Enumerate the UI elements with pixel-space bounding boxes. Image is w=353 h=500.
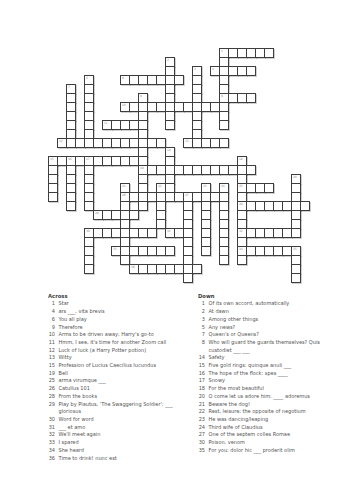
grid-cell[interactable] (129, 210, 139, 220)
clue-number: 1 (198, 300, 205, 308)
clue-number: 28 (48, 392, 55, 400)
clue-text: Luck of luck (a Harry Potter potion) (59, 346, 183, 354)
clue-number: 27 (198, 431, 205, 439)
clue-number: 2 (198, 307, 205, 315)
clue-text: Bell (59, 369, 183, 377)
cell-number: 24 (221, 184, 224, 187)
clue-number: 21 (198, 400, 205, 408)
clue: 7Queen's or Queens? (198, 331, 337, 339)
clue: 28From the books (48, 392, 182, 400)
cell-number: 1 (221, 49, 223, 52)
cell-number: 26 (122, 193, 125, 196)
cell-number: 5 (86, 76, 88, 79)
clue: 10Arms to be driven away; Harry's go-to (48, 331, 182, 339)
clue-text: Catullus 101 (59, 384, 183, 392)
clue-text: Among other things (209, 315, 338, 323)
clue-text: Play by Plautus, 'The Swaggering Soldier… (59, 400, 183, 415)
clue-text: Who will guard the guards themselves? Qu… (209, 338, 338, 353)
cell-number: 23 (203, 184, 206, 187)
grid-cell[interactable] (165, 246, 175, 256)
clue-number: 18 (198, 384, 205, 392)
down-column: Down 1Of its own accord, automatically2A… (198, 292, 337, 454)
clue-text: Third wife of Claudius (209, 423, 338, 431)
clue: 19Bell (48, 369, 182, 377)
grid-cell[interactable] (66, 201, 76, 211)
cell-number: 31 (167, 229, 170, 232)
clue: 32We'll meet again (48, 431, 182, 439)
down-clue-list: 1Of its own accord, automatically2At daw… (198, 300, 337, 454)
grid-cell[interactable] (165, 120, 175, 130)
grid-cell[interactable] (291, 273, 301, 283)
grid-cell[interactable] (237, 255, 247, 265)
clue-number: 17 (198, 377, 205, 385)
clue: 22Rest, leisure; the opposite of negotiu… (198, 408, 337, 416)
cell-number: 2 (167, 58, 169, 61)
clue-text: At dawn (209, 307, 338, 315)
clue-text: Word for word (59, 415, 183, 423)
clue-number: 36 (48, 454, 55, 462)
clue-number: 22 (198, 408, 205, 416)
cell-number: 14 (167, 148, 170, 151)
clue-number: 13 (48, 354, 55, 362)
clue: 1Star (48, 300, 182, 308)
crossword-grid: 1234567891011121314151617181920212223242… (48, 48, 310, 283)
clue-number: 14 (198, 354, 205, 362)
clue: 29Play by Plautus, 'The Swaggering Soldi… (48, 400, 182, 415)
cell-number: 27 (185, 193, 188, 196)
clue-text: Of its own accord, automatically (209, 300, 338, 308)
across-header: Across (48, 292, 182, 300)
clue-text: ___ et amo (59, 423, 183, 431)
clue: 5Any news? (198, 323, 337, 331)
clue-text: We'll meet again (59, 431, 183, 439)
grid-cell[interactable] (246, 93, 256, 103)
clue-number: 11 (48, 338, 55, 346)
grid-cell[interactable] (300, 201, 310, 211)
cell-number: 16 (68, 157, 71, 160)
clue-number: 7 (198, 331, 205, 339)
grid-cell[interactable] (219, 120, 229, 130)
clue-number: 3 (198, 315, 205, 323)
clue: 35For you: dolor hic ___ proderit olim (198, 446, 337, 454)
cell-number: 28 (239, 202, 242, 205)
cell-number: 29 (95, 211, 98, 214)
cell-number: 12 (59, 139, 62, 142)
cell-number: 32 (239, 229, 242, 232)
cell-number: 3 (194, 67, 196, 70)
clue-text: Beware the dog! (209, 400, 338, 408)
cell-number: 22 (158, 184, 161, 187)
clue: 8Who will guard the guards themselves? Q… (198, 338, 337, 353)
clue: 1Of its own accord, automatically (198, 300, 337, 308)
clue-text: I spared (59, 438, 183, 446)
grid-cell[interactable] (84, 264, 94, 274)
clue-text: For you: dolor hic ___ proderit olim (209, 446, 338, 454)
cell-number: 21 (122, 184, 125, 187)
clue: 11Hmm, I see, it's time for another Zoom… (48, 338, 182, 346)
clue-text: One of the septem colles Romae (209, 431, 338, 439)
clue: 6You all play (48, 315, 182, 323)
clue-number: 6 (48, 315, 55, 323)
clue-number: 8 (198, 338, 205, 346)
cell-number: 33 (113, 247, 116, 250)
clue-number: 4 (48, 307, 55, 315)
clue-text: Star (59, 300, 183, 308)
clue-text: Queen's or Queens? (209, 331, 338, 339)
grid-cell[interactable] (174, 75, 184, 85)
grid-cell[interactable] (183, 273, 193, 283)
cell-number: 20 (293, 175, 296, 178)
clue-text: Any news? (209, 323, 338, 331)
clue-text: He was dancing/leaping (209, 415, 338, 423)
across-column: Across 1Star4ars ___, vita brevis6You al… (48, 292, 182, 461)
clue-number: 33 (48, 438, 55, 446)
cell-number: 25 (239, 184, 242, 187)
grid-cell[interactable] (48, 192, 58, 202)
cell-number: 34 (239, 247, 242, 250)
clue: 13Witty (48, 354, 182, 362)
clue-text: Safety (209, 354, 338, 362)
clue-number: 32 (48, 431, 55, 439)
cell-number: 9 (221, 94, 223, 97)
cell-number: 4 (212, 67, 214, 70)
clue: 20O come let us adore him: ____ adoremus (198, 392, 337, 400)
clue: 15Profession of Lucius Caecilius Iucundu… (48, 361, 182, 369)
clue: 14Safety (198, 354, 337, 362)
cell-number: 18 (239, 157, 242, 160)
cell-number: 19 (140, 166, 143, 169)
clue-number: 35 (198, 446, 205, 454)
clue-number: 29 (48, 400, 55, 408)
clue-number: 30 (48, 415, 55, 423)
clue-text: ars ___, vita brevis (59, 307, 183, 315)
clue-text: O come let us adore him: ____ adoremus (209, 392, 338, 400)
cell-number: 36 (131, 265, 134, 268)
clue-text: She heard (59, 446, 183, 454)
clue: 21Beware the dog! (198, 400, 337, 408)
clue-text: Snowy (209, 377, 338, 385)
clue-number: 5 (198, 323, 205, 331)
clue-text: arma virumque ___ (59, 377, 183, 385)
grid-cell[interactable] (147, 228, 157, 238)
clue: 2At dawn (198, 307, 337, 315)
clue: 36Time to drink! nunc est ____ (48, 454, 182, 462)
grid-cell[interactable] (264, 48, 274, 58)
clue-number: 1 (48, 300, 55, 308)
clue-text: The hope of the flock: spes ____ (209, 369, 338, 377)
clue-number: 26 (48, 384, 55, 392)
clue-text: For the most beautiful (209, 384, 338, 392)
across-clue-list: 1Star4ars ___, vita brevis6You all play9… (48, 300, 182, 462)
clue-number: 19 (48, 369, 55, 377)
clue-text: You all play (59, 315, 183, 323)
clue: 16The hope of the flock: spes ____ (198, 369, 337, 377)
clue-number: 34 (48, 446, 55, 454)
grid-cell[interactable] (201, 246, 211, 256)
clue: 12Luck of luck (a Harry Potter potion) (48, 346, 182, 354)
cell-number: 15 (50, 157, 53, 160)
clue: 26Catullus 101 (48, 384, 182, 392)
clue-number: 30 (198, 438, 205, 446)
clue-number: 25 (48, 377, 55, 385)
clue-number: 9 (48, 323, 55, 331)
clue: 17Snowy (198, 377, 337, 385)
clue: 33I spared (48, 438, 182, 446)
clue-number: 15 (198, 361, 205, 369)
clue-text: Profession of Lucius Caecilius Iucundus (59, 361, 183, 369)
clue-number: 20 (198, 392, 205, 400)
clue-number: 15 (48, 361, 55, 369)
clue-lists: Across 1Star4ars ___, vita brevis6You al… (48, 292, 328, 500)
cell-number: 13 (185, 139, 188, 142)
clue-text: Hmm, I see, it's time for another Zoom c… (59, 338, 183, 346)
clue: 4ars ___, vita brevis (48, 307, 182, 315)
grid-cell[interactable] (291, 228, 301, 238)
grid-cell[interactable] (192, 264, 202, 274)
clue: 3Among other things (198, 315, 337, 323)
clue: 24Third wife of Claudius (198, 423, 337, 431)
down-header: Down (198, 292, 337, 300)
grid-cell[interactable] (246, 66, 256, 76)
cell-number: 11 (104, 121, 107, 124)
clue-text: Time to drink! nunc est ____ (59, 454, 183, 462)
grid-cell[interactable] (264, 183, 274, 193)
cell-number: 6 (122, 76, 124, 79)
grid-cell[interactable] (138, 201, 148, 211)
clue: 23He was dancing/leaping (198, 415, 337, 423)
clue-text: Rest, leisure; the opposite of negotium (209, 408, 338, 416)
clue-text: Poison, venom (209, 438, 338, 446)
clue-number: 31 (48, 423, 55, 431)
cell-number: 17 (86, 157, 89, 160)
grid-cell[interactable] (219, 255, 229, 265)
page: { "game": "crossword", "board": {"column… (0, 0, 353, 500)
clue-number: 12 (48, 346, 55, 354)
clue-text: From the books (59, 392, 183, 400)
clue: 18For the most beautiful (198, 384, 337, 392)
clue: 31___ et amo (48, 423, 182, 431)
clue: 25arma virumque ___ (48, 377, 182, 385)
clue-number: 16 (198, 369, 205, 377)
grid-cell[interactable] (219, 138, 229, 148)
grid-cell[interactable] (246, 165, 256, 175)
clue: 30Word for word (48, 415, 182, 423)
clue: 15Five gold rings: quinque anuli ___ (198, 361, 337, 369)
clue-text: Witty (59, 354, 183, 362)
cell-number: 8 (140, 94, 142, 97)
clue-text: Five gold rings: quinque anuli ___ (209, 361, 338, 369)
cell-number: 35 (293, 247, 296, 250)
clue-number: 10 (48, 331, 55, 339)
cell-number: 30 (86, 229, 89, 232)
clue-text: Arms to be driven away; Harry's go-to (59, 331, 183, 339)
clue-number: 24 (198, 423, 205, 431)
clue-text: Therefore (59, 323, 183, 331)
clue: 9Therefore (48, 323, 182, 331)
cell-number: 7 (68, 85, 70, 88)
cell-number: 10 (122, 103, 125, 106)
clue: 27One of the septem colles Romae (198, 431, 337, 439)
clue: 34She heard (48, 446, 182, 454)
clue: 30Poison, venom (198, 438, 337, 446)
clue-number: 23 (198, 415, 205, 423)
